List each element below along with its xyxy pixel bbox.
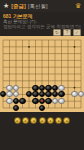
white-stone xyxy=(58,85,64,91)
task-tag: [흑선활] xyxy=(28,3,48,10)
black-stone xyxy=(52,85,58,91)
crown-icon[interactable]: ♛ xyxy=(75,0,81,12)
coin-button-1[interactable]: ● xyxy=(14,117,21,124)
go-board[interactable] xyxy=(0,36,84,112)
header-bar: ★ [중급] [흑선활] ♛ xyxy=(0,0,84,12)
black-stone xyxy=(45,98,51,104)
black-stone xyxy=(32,85,38,91)
app-screen: ★ [중급] [흑선활] ♛ 681 기본문제 흑선 문제입니다. 정답이라고 … xyxy=(0,0,84,150)
coin-row: ●●●●●●● xyxy=(0,117,84,124)
white-stone xyxy=(6,98,12,104)
last-move-marker xyxy=(41,100,43,102)
coin-button-6[interactable]: ● xyxy=(55,117,62,124)
coin-button-7[interactable]: ● xyxy=(63,117,70,124)
coin-button-2[interactable]: ● xyxy=(22,117,29,124)
level-tag: [중급] xyxy=(11,3,26,10)
answer-button[interactable]: ✓ xyxy=(73,29,81,36)
favorite-star-icon[interactable]: ★ xyxy=(3,0,9,12)
black-stone xyxy=(19,98,25,104)
coin-button-3[interactable]: ● xyxy=(30,117,37,124)
reset-button[interactable]: ↻ xyxy=(53,29,61,36)
hint-button[interactable]: ? xyxy=(63,29,71,36)
coin-button-5[interactable]: ● xyxy=(47,117,54,124)
coin-button-4[interactable]: ● xyxy=(39,117,46,124)
black-stone xyxy=(45,85,51,91)
black-stone xyxy=(32,98,38,104)
mini-toolbar: ↻ ? ✓ xyxy=(53,29,81,36)
white-stone xyxy=(13,85,19,91)
white-stone xyxy=(58,98,64,104)
black-stone xyxy=(39,85,45,91)
white-stone xyxy=(6,85,12,91)
